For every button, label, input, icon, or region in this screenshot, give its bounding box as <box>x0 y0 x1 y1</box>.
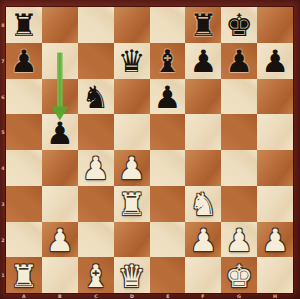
square-e4[interactable] <box>150 150 186 186</box>
rank-label-5: 5 <box>1 118 6 147</box>
black-pawn[interactable]: ♟ <box>46 118 74 149</box>
square-a1[interactable]: ♜ <box>6 257 42 293</box>
square-f5[interactable] <box>185 114 221 150</box>
square-d8[interactable] <box>114 7 150 43</box>
square-b8[interactable] <box>42 7 78 43</box>
black-bishop[interactable]: ♝ <box>154 46 182 77</box>
square-d6[interactable] <box>114 79 150 115</box>
file-label-g: g <box>225 294 254 299</box>
square-g7[interactable]: ♟ <box>221 43 257 79</box>
square-a3[interactable] <box>6 186 42 222</box>
square-h1[interactable] <box>257 257 293 293</box>
rank-label-4: 4 <box>1 154 6 183</box>
file-label-c: c <box>81 294 110 299</box>
black-queen[interactable]: ♛ <box>118 46 146 77</box>
square-g8[interactable]: ♚ <box>221 7 257 43</box>
black-pawn[interactable]: ♟ <box>154 82 182 113</box>
white-bishop[interactable]: ♝ <box>82 261 110 292</box>
square-e7[interactable]: ♝ <box>150 43 186 79</box>
chessboard-frame: ♜♜♚♟♛♝♟♟♟♞♟♟♟♟♜♞♟♟♟♟♜♝♛♚ 87654321 abcdef… <box>0 0 300 299</box>
white-pawn[interactable]: ♟ <box>46 225 74 256</box>
white-rook[interactable]: ♜ <box>10 261 38 292</box>
white-queen[interactable]: ♛ <box>118 261 146 292</box>
rank-label-2: 2 <box>1 225 6 254</box>
white-king[interactable]: ♚ <box>225 261 253 292</box>
black-pawn[interactable]: ♟ <box>189 46 217 77</box>
square-b5[interactable]: ♟ <box>42 114 78 150</box>
board: ♜♜♚♟♛♝♟♟♟♞♟♟♟♟♜♞♟♟♟♟♜♝♛♚ <box>6 7 293 293</box>
square-c6[interactable]: ♞ <box>78 79 114 115</box>
square-d3[interactable]: ♜ <box>114 186 150 222</box>
square-h2[interactable]: ♟ <box>257 222 293 258</box>
square-c2[interactable] <box>78 222 114 258</box>
square-b4[interactable] <box>42 150 78 186</box>
square-d1[interactable]: ♛ <box>114 257 150 293</box>
white-pawn[interactable]: ♟ <box>189 225 217 256</box>
black-rook[interactable]: ♜ <box>189 10 217 41</box>
square-d2[interactable] <box>114 222 150 258</box>
square-h4[interactable] <box>257 150 293 186</box>
square-c7[interactable] <box>78 43 114 79</box>
file-label-h: h <box>261 294 290 299</box>
square-f3[interactable]: ♞ <box>185 186 221 222</box>
square-h5[interactable] <box>257 114 293 150</box>
square-e1[interactable] <box>150 257 186 293</box>
white-rook[interactable]: ♜ <box>118 189 146 220</box>
square-h6[interactable] <box>257 79 293 115</box>
file-label-f: f <box>189 294 218 299</box>
square-g3[interactable] <box>221 186 257 222</box>
square-h8[interactable] <box>257 7 293 43</box>
square-g4[interactable] <box>221 150 257 186</box>
black-pawn[interactable]: ♟ <box>261 46 289 77</box>
square-g6[interactable] <box>221 79 257 115</box>
square-a2[interactable] <box>6 222 42 258</box>
square-a5[interactable] <box>6 114 42 150</box>
white-pawn[interactable]: ♟ <box>82 153 110 184</box>
square-e6[interactable]: ♟ <box>150 79 186 115</box>
square-b3[interactable] <box>42 186 78 222</box>
rank-label-3: 3 <box>1 189 6 218</box>
rank-label-7: 7 <box>1 46 6 75</box>
square-e2[interactable] <box>150 222 186 258</box>
white-knight[interactable]: ♞ <box>189 189 217 220</box>
square-b6[interactable] <box>42 79 78 115</box>
black-king[interactable]: ♚ <box>225 10 253 41</box>
square-h3[interactable] <box>257 186 293 222</box>
white-pawn[interactable]: ♟ <box>261 225 289 256</box>
rank-label-6: 6 <box>1 82 6 111</box>
black-pawn[interactable]: ♟ <box>10 46 38 77</box>
square-f1[interactable] <box>185 257 221 293</box>
square-c5[interactable] <box>78 114 114 150</box>
square-c8[interactable] <box>78 7 114 43</box>
square-f6[interactable] <box>185 79 221 115</box>
square-h7[interactable]: ♟ <box>257 43 293 79</box>
square-f7[interactable]: ♟ <box>185 43 221 79</box>
square-e3[interactable] <box>150 186 186 222</box>
square-b2[interactable]: ♟ <box>42 222 78 258</box>
square-a7[interactable]: ♟ <box>6 43 42 79</box>
square-e5[interactable] <box>150 114 186 150</box>
white-pawn[interactable]: ♟ <box>118 153 146 184</box>
square-f8[interactable]: ♜ <box>185 7 221 43</box>
rank-labels: 87654321 <box>0 7 6 293</box>
square-g5[interactable] <box>221 114 257 150</box>
file-labels: abcdefgh <box>6 293 293 299</box>
square-d5[interactable] <box>114 114 150 150</box>
square-c3[interactable] <box>78 186 114 222</box>
black-knight[interactable]: ♞ <box>82 82 110 113</box>
white-pawn[interactable]: ♟ <box>225 225 253 256</box>
square-f4[interactable] <box>185 150 221 186</box>
square-f2[interactable]: ♟ <box>185 222 221 258</box>
square-c1[interactable]: ♝ <box>78 257 114 293</box>
file-label-d: d <box>117 294 146 299</box>
square-a4[interactable] <box>6 150 42 186</box>
square-d4[interactable]: ♟ <box>114 150 150 186</box>
black-rook[interactable]: ♜ <box>10 10 38 41</box>
file-label-b: b <box>45 294 74 299</box>
file-label-e: e <box>153 294 182 299</box>
square-a6[interactable] <box>6 79 42 115</box>
rank-label-1: 1 <box>1 261 6 290</box>
square-e8[interactable] <box>150 7 186 43</box>
square-b1[interactable] <box>42 257 78 293</box>
square-b7[interactable] <box>42 43 78 79</box>
file-label-a: a <box>10 294 39 299</box>
square-c4[interactable]: ♟ <box>78 150 114 186</box>
square-a8[interactable]: ♜ <box>6 7 42 43</box>
black-pawn[interactable]: ♟ <box>225 46 253 77</box>
square-g1[interactable]: ♚ <box>221 257 257 293</box>
square-d7[interactable]: ♛ <box>114 43 150 79</box>
square-g2[interactable]: ♟ <box>221 222 257 258</box>
rank-label-8: 8 <box>1 11 6 40</box>
